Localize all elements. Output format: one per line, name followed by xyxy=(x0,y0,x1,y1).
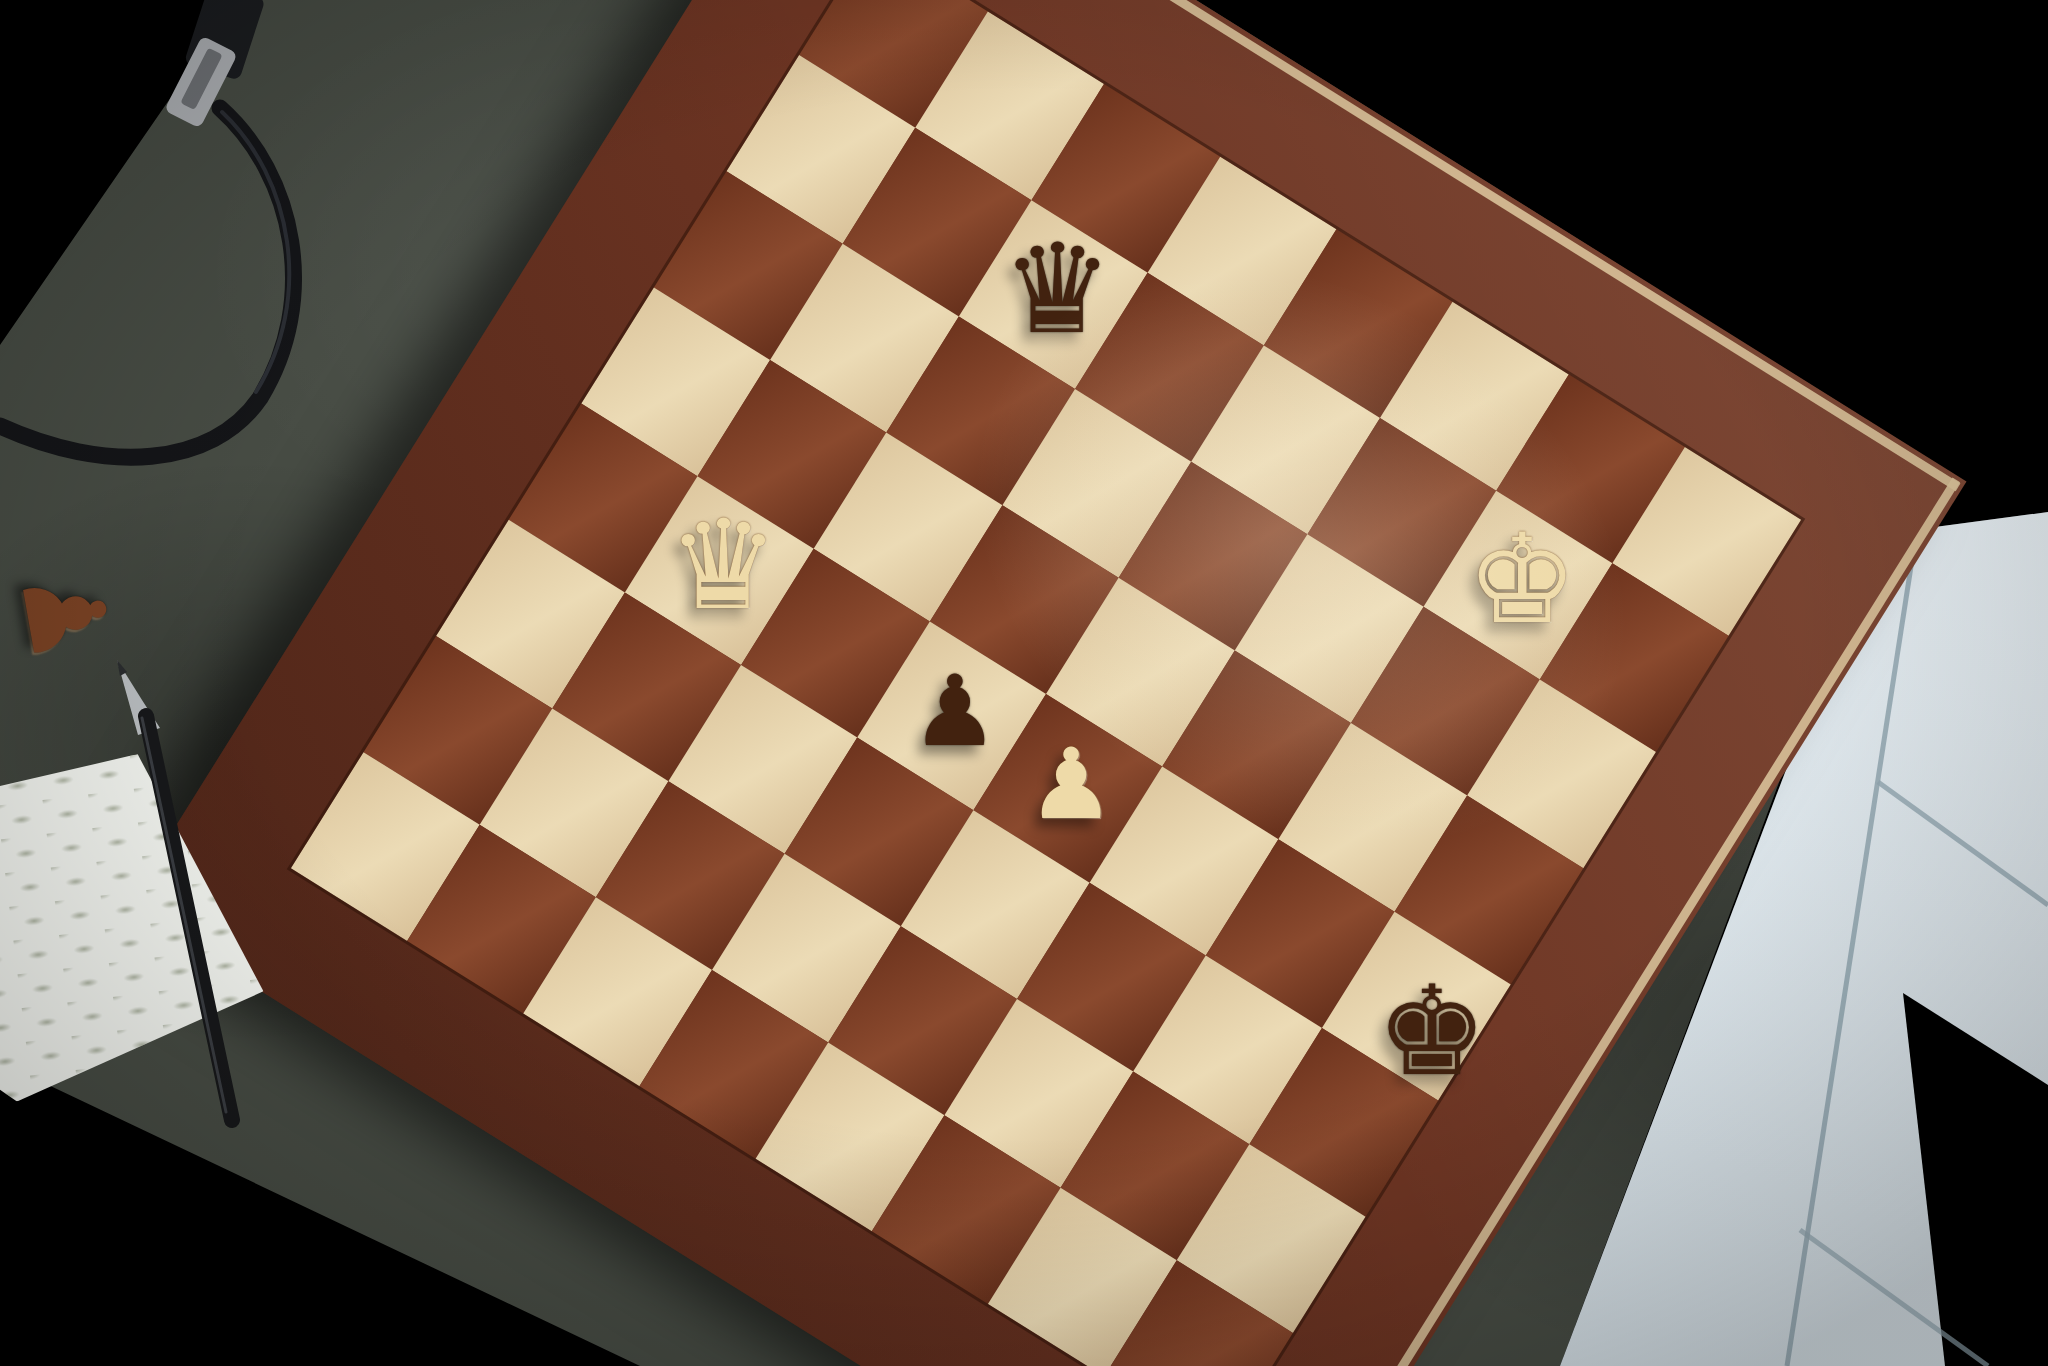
black-queen-c2[interactable]: ♛ xyxy=(1002,226,1113,350)
black-king-h5[interactable]: ♚ xyxy=(1376,969,1487,1093)
photo-stage: ♛♚♟♛♟♚ ♟ xyxy=(0,0,2048,1366)
white-king-g2[interactable]: ♚ xyxy=(1466,517,1577,641)
grout-line xyxy=(1800,1230,1988,1366)
black-pawn-d5[interactable]: ♟ xyxy=(911,662,999,760)
captured-fallen-piece[interactable]: ♟ xyxy=(3,558,126,672)
grout-line xyxy=(1878,782,2048,905)
white-queen-b5[interactable]: ♛ xyxy=(668,502,779,626)
white-pawn-e5[interactable]: ♟ xyxy=(1027,734,1115,832)
